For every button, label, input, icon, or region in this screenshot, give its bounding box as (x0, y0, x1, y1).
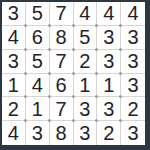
cell-r5c1[interactable]: 2 (2, 97, 26, 121)
cell-r2c4[interactable]: 5 (74, 26, 98, 50)
cell-r1c4[interactable]: 4 (74, 2, 98, 26)
cell-r4c6[interactable]: 3 (121, 74, 145, 98)
cell-r4c3[interactable]: 6 (50, 74, 74, 98)
cell-r2c5[interactable]: 3 (97, 26, 121, 50)
cell-r5c5[interactable]: 3 (97, 97, 121, 121)
cell-r3c6[interactable]: 3 (121, 50, 145, 74)
cell-r5c2[interactable]: 1 (26, 97, 50, 121)
cell-r6c1[interactable]: 4 (2, 121, 26, 145)
cell-r2c6[interactable]: 3 (121, 26, 145, 50)
cell-r6c2[interactable]: 3 (26, 121, 50, 145)
puzzle-board: 357444468533357233146113217332438323 (0, 0, 150, 150)
cell-r1c1[interactable]: 3 (2, 2, 26, 26)
cell-r3c5[interactable]: 3 (97, 50, 121, 74)
cell-r4c2[interactable]: 4 (26, 74, 50, 98)
cell-r6c4[interactable]: 3 (74, 121, 98, 145)
puzzle-grid: 357444468533357233146113217332438323 (2, 2, 145, 145)
cell-r4c1[interactable]: 1 (2, 74, 26, 98)
cell-r2c2[interactable]: 6 (26, 26, 50, 50)
cell-r5c6[interactable]: 2 (121, 97, 145, 121)
cell-r4c4[interactable]: 1 (74, 74, 98, 98)
cell-r3c4[interactable]: 2 (74, 50, 98, 74)
cell-r1c2[interactable]: 5 (26, 2, 50, 26)
cell-r3c1[interactable]: 3 (2, 50, 26, 74)
cell-r2c1[interactable]: 4 (2, 26, 26, 50)
cell-r3c3[interactable]: 7 (50, 50, 74, 74)
cell-r6c5[interactable]: 2 (97, 121, 121, 145)
cell-r3c2[interactable]: 5 (26, 50, 50, 74)
cell-r1c6[interactable]: 4 (121, 2, 145, 26)
cell-r6c3[interactable]: 8 (50, 121, 74, 145)
cell-r2c3[interactable]: 8 (50, 26, 74, 50)
cell-r5c3[interactable]: 7 (50, 97, 74, 121)
cell-r6c6[interactable]: 3 (121, 121, 145, 145)
cell-r5c4[interactable]: 3 (74, 97, 98, 121)
cell-r1c5[interactable]: 4 (97, 2, 121, 26)
cell-r4c5[interactable]: 1 (97, 74, 121, 98)
cell-r1c3[interactable]: 7 (50, 2, 74, 26)
